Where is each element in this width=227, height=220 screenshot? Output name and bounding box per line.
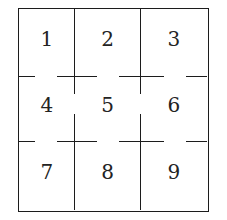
cell-value: 7 xyxy=(40,162,53,182)
grid-line-horizontal-2-dash-1 xyxy=(19,141,35,143)
cell-r3c1: 7 xyxy=(19,142,75,211)
grid-line-vertical-2-top xyxy=(140,9,142,94)
cell-value: 6 xyxy=(167,95,180,115)
cell-r2c2: 5 xyxy=(75,77,141,142)
cell-value: 4 xyxy=(40,95,53,115)
cell-value: 3 xyxy=(167,29,180,49)
grid-line-vertical-1-top xyxy=(74,9,76,94)
cell-r3c2: 8 xyxy=(75,142,141,211)
cell-r3c3: 9 xyxy=(141,142,208,211)
cell-value: 8 xyxy=(101,162,114,182)
grid-line-vertical-2-bottom xyxy=(140,114,142,211)
cell-r2c1: 4 xyxy=(19,77,75,142)
cell-value: 5 xyxy=(101,95,114,115)
cell-value: 1 xyxy=(40,29,53,49)
grid-line-horizontal-1-dash-2 xyxy=(57,76,97,78)
cell-value: 2 xyxy=(101,29,114,49)
cell-r2c3: 6 xyxy=(141,77,208,142)
puzzle-board: 1 2 3 4 5 6 7 8 9 xyxy=(18,8,209,212)
cell-r1c2: 2 xyxy=(75,9,141,77)
grid-line-horizontal-2-dash-2 xyxy=(57,141,97,143)
grid-line-horizontal-2-dash-4 xyxy=(186,141,207,143)
grid-line-horizontal-1-dash-3 xyxy=(119,76,165,78)
cell-r1c3: 3 xyxy=(141,9,208,77)
cell-r1c1: 1 xyxy=(19,9,75,77)
grid-3x3: 1 2 3 4 5 6 7 8 9 xyxy=(19,9,207,210)
grid-line-horizontal-1-dash-4 xyxy=(186,76,207,78)
grid-line-horizontal-1-dash-1 xyxy=(19,76,35,78)
grid-line-vertical-1-bottom xyxy=(74,114,76,211)
cell-value: 9 xyxy=(167,162,180,182)
grid-line-horizontal-2-dash-3 xyxy=(119,141,165,143)
